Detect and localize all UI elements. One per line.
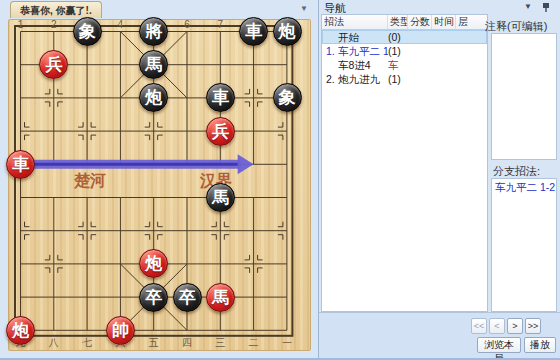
piece-black[interactable]: 車 (206, 83, 235, 112)
piece-red[interactable]: 兵 (206, 117, 235, 146)
piece-glyph: 象 (79, 20, 96, 43)
piece-glyph: 卒 (145, 286, 162, 309)
move-cell: 1. (322, 44, 338, 58)
move-cell: 炮九进九 (338, 72, 388, 86)
move-cell (432, 44, 456, 58)
piece-glyph: 象 (279, 86, 296, 109)
move-list-table[interactable]: 招法 类型 分数 时间 层 开始(0)1.车九平二 1-(1)车8进4车2.炮九… (321, 14, 488, 312)
move-list-row[interactable]: 车8进4车 (322, 58, 487, 72)
piece-glyph: 炮 (12, 319, 29, 342)
move-cell (432, 72, 456, 86)
move-cell (408, 30, 432, 44)
piece-glyph: 車 (212, 86, 229, 109)
playback-toolbar: << < > >> 浏览本局 播放 (319, 312, 560, 360)
piece-glyph: 兵 (212, 120, 229, 143)
annotation-textarea[interactable] (491, 33, 557, 160)
branch-move-item[interactable]: 车九平二 1-2 (492, 179, 556, 197)
piece-glyph: 炮 (145, 252, 162, 275)
next-move-button[interactable]: > (507, 318, 523, 334)
piece-glyph: 車 (12, 153, 29, 176)
piece-glyph: 兵 (45, 53, 62, 76)
browse-game-button[interactable]: 浏览本局 (477, 337, 521, 353)
piece-glyph: 炮 (145, 86, 162, 109)
piece-glyph: 卒 (179, 286, 196, 309)
piece-black[interactable]: 象 (273, 83, 302, 112)
annotation-label: 注释(可编辑) (485, 19, 547, 34)
piece-black[interactable]: 馬 (206, 183, 235, 212)
navigation-panel: 导航 ▼ 招法 类型 分数 时间 层 开始(0)1.车九平二 1-(1)车8进4… (318, 0, 560, 360)
piece-glyph: 馬 (212, 186, 229, 209)
panel-pin-icon[interactable] (542, 2, 550, 13)
move-cell (456, 30, 487, 44)
move-cell: 2. (322, 72, 338, 86)
last-move-button[interactable]: >> (525, 318, 541, 334)
piece-black[interactable]: 車 (239, 17, 268, 46)
move-list-row[interactable]: 2.炮九进九(1) (322, 72, 487, 86)
piece-red[interactable]: 馬 (206, 283, 235, 312)
piece-glyph: 將 (145, 20, 162, 43)
column-header-score[interactable]: 分数 (408, 15, 432, 29)
piece-red[interactable]: 炮 (139, 249, 168, 278)
board-panel: 恭喜你, 你赢了!. ▼ 楚河 汉界 123456789 九八七六五四三二一 象… (0, 0, 318, 360)
move-cell: 车九平二 1- (338, 44, 388, 58)
move-cell (322, 58, 338, 72)
piece-black[interactable]: 將 (139, 17, 168, 46)
panel-menu-chevron-icon[interactable]: ▼ (524, 2, 532, 11)
move-cell (432, 58, 456, 72)
piece-black[interactable]: 炮 (273, 17, 302, 46)
move-cell: 车8进4 (338, 58, 388, 72)
first-move-button[interactable]: << (471, 318, 487, 334)
tab-overflow-chevron-icon[interactable]: ▼ (300, 4, 308, 13)
piece-black[interactable]: 卒 (139, 283, 168, 312)
pieces-grid: 象將車炮兵馬炮車象兵車馬炮卒卒馬炮帥 (4, 15, 304, 347)
move-cell: (1) (388, 44, 408, 58)
piece-red[interactable]: 帥 (106, 316, 135, 345)
move-list-header: 招法 类型 分数 时间 层 (322, 15, 487, 30)
move-cell: 车 (388, 58, 408, 72)
column-header-moves[interactable]: 招法 (322, 15, 388, 29)
piece-black[interactable]: 卒 (173, 283, 202, 312)
piece-red[interactable]: 兵 (39, 50, 68, 79)
piece-glyph: 帥 (112, 319, 129, 342)
piece-red[interactable]: 炮 (6, 316, 35, 345)
play-button[interactable]: 播放 (524, 337, 556, 353)
column-header-type[interactable]: 类型 (388, 15, 408, 29)
move-cell (456, 72, 487, 86)
piece-black[interactable]: 馬 (139, 50, 168, 79)
piece-glyph: 炮 (279, 20, 296, 43)
move-cell (408, 72, 432, 86)
move-cell (432, 30, 456, 44)
move-list-row[interactable]: 开始(0) (322, 30, 487, 44)
piece-black[interactable]: 炮 (139, 83, 168, 112)
column-header-time[interactable]: 时间 (432, 15, 456, 29)
move-list-row[interactable]: 1.车九平二 1-(1) (322, 44, 487, 58)
column-header-layer[interactable]: 层 (456, 15, 487, 29)
branch-moves-list[interactable]: 车九平二 1-2 (491, 178, 557, 312)
piece-glyph: 車 (245, 20, 262, 43)
move-cell (456, 44, 487, 58)
move-cell: 开始 (338, 30, 388, 44)
move-cell: (0) (388, 30, 408, 44)
piece-black[interactable]: 象 (73, 17, 102, 46)
piece-red[interactable]: 車 (6, 150, 35, 179)
move-cell (408, 58, 432, 72)
xiangqi-board[interactable]: 楚河 汉界 123456789 九八七六五四三二一 象將車炮兵馬炮車象兵車馬炮卒… (8, 19, 311, 351)
piece-glyph: 馬 (212, 286, 229, 309)
move-cell: (1) (388, 72, 408, 86)
move-cell (456, 58, 487, 72)
xiangqi-app-window: 恭喜你, 你赢了!. ▼ 楚河 汉界 123456789 九八七六五四三二一 象… (0, 0, 560, 360)
move-cell (322, 30, 338, 44)
piece-glyph: 馬 (145, 53, 162, 76)
prev-move-button[interactable]: < (489, 318, 505, 334)
branch-moves-label: 分支招法: (493, 164, 540, 179)
move-cell (408, 44, 432, 58)
